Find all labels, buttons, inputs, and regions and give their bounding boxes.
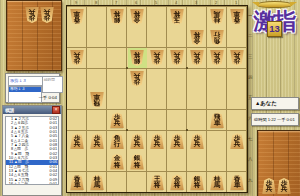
kifu-move-list[interactable]: 1▲２六歩0:022△８四歩0:013▲２五歩0:034△８五歩0:015▲７八… <box>5 116 59 185</box>
board-cell[interactable] <box>67 109 87 130</box>
shogi-piece-歩兵[interactable]: 歩兵 <box>150 133 164 149</box>
version-badge: 13 <box>267 21 282 37</box>
board-cell[interactable] <box>187 89 207 110</box>
board-cell[interactable]: 歩兵 <box>227 47 247 68</box>
shogi-piece-歩兵[interactable]: 歩兵 <box>170 133 184 149</box>
board-cell[interactable]: 銀将 <box>127 47 147 68</box>
board-cell[interactable] <box>167 89 187 110</box>
shogi-piece-角行[interactable]: 角行 <box>210 30 224 46</box>
board-cell[interactable] <box>147 151 167 172</box>
board-cell[interactable] <box>127 27 147 48</box>
board-cell[interactable]: 歩兵 <box>167 47 187 68</box>
shogi-piece-歩兵[interactable]: 歩兵 <box>230 133 244 149</box>
shogi-piece-銀将[interactable]: 銀将 <box>190 174 204 190</box>
opponent-info-box: 総時間 <box>42 76 63 93</box>
board-star-point <box>126 67 128 69</box>
shogi-piece-歩兵[interactable]: 歩兵 <box>230 50 244 66</box>
opponent-per-move-time: 一手 0:04 <box>38 95 57 100</box>
board-cell[interactable] <box>87 47 107 68</box>
board-cell[interactable] <box>147 27 167 48</box>
shogi-piece-香車[interactable]: 香車 <box>70 9 84 25</box>
rank-label: 九 <box>248 170 254 191</box>
board-cell[interactable]: 角行 <box>107 130 127 151</box>
board-cell[interactable]: 香車 <box>227 171 247 192</box>
shogi-piece-王将[interactable]: 王将 <box>150 174 164 190</box>
shogi-piece-歩兵[interactable]: 歩兵 <box>130 71 144 87</box>
board-cell[interactable] <box>187 68 207 89</box>
board-cell[interactable] <box>67 89 87 110</box>
board-cell[interactable] <box>187 151 207 172</box>
rank-label: 七 <box>248 129 254 150</box>
shogi-piece-飛車[interactable]: 飛車 <box>210 112 224 128</box>
board-cell[interactable]: 歩兵 <box>107 109 127 130</box>
board-cell[interactable] <box>227 151 247 172</box>
shogi-piece-銀将[interactable]: 銀将 <box>110 9 124 25</box>
board-cell[interactable] <box>187 109 207 130</box>
shogi-piece-歩兵[interactable]: 歩兵 <box>110 112 124 128</box>
shogi-piece-歩兵[interactable]: 歩兵 <box>70 50 84 66</box>
board-cell[interactable] <box>87 151 107 172</box>
board-cell[interactable]: 飛車 <box>207 109 227 130</box>
board-cell[interactable] <box>107 47 127 68</box>
board-cell[interactable] <box>227 27 247 48</box>
shogi-piece-銀将[interactable]: 銀将 <box>130 50 144 66</box>
shogi-piece-歩兵[interactable]: 歩兵 <box>130 133 144 149</box>
board-cell[interactable]: 歩兵 <box>87 130 107 151</box>
board-cell[interactable] <box>127 109 147 130</box>
board-cell[interactable] <box>127 89 147 110</box>
shogi-piece-歩兵[interactable]: 歩兵 <box>190 50 204 66</box>
board-cell[interactable] <box>67 68 87 89</box>
board-cell[interactable]: 金将 <box>187 27 207 48</box>
board-cell[interactable] <box>207 151 227 172</box>
board-cell[interactable]: 銀将 <box>107 6 127 27</box>
board-star-point <box>186 129 188 131</box>
board-cell[interactable] <box>107 27 127 48</box>
shogi-piece-桂馬[interactable]: 桂馬 <box>210 174 224 190</box>
shogi-piece-金将[interactable]: 金将 <box>170 174 184 190</box>
board-cell[interactable]: 角行 <box>207 27 227 48</box>
shogi-piece-玉将[interactable]: 玉将 <box>170 9 184 25</box>
shogi-piece-歩兵[interactable]: 歩兵 <box>262 178 276 194</box>
shogi-piece-金将[interactable]: 金将 <box>130 9 144 25</box>
board-cell[interactable] <box>127 171 147 192</box>
kifu-title: 棋譜 <box>5 108 52 113</box>
shogi-board: 香車銀将金将玉将桂馬香車金将角行歩兵銀将歩兵歩兵歩兵歩兵歩兵歩兵飛車歩兵飛車歩兵… <box>66 5 248 193</box>
board-cell[interactable] <box>87 109 107 130</box>
board-cell[interactable]: 桂馬 <box>207 171 227 192</box>
rank-label: 四 <box>248 67 254 88</box>
gote-hand: 歩兵歩兵 <box>25 4 54 23</box>
board-cell[interactable] <box>167 151 187 172</box>
board-cell[interactable] <box>107 171 127 192</box>
board-cell[interactable]: 歩兵 <box>187 130 207 151</box>
board-star-point <box>126 129 128 131</box>
shogi-piece-歩兵[interactable]: 歩兵 <box>150 50 164 66</box>
shogi-piece-香車[interactable]: 香車 <box>230 9 244 25</box>
sente-hand: 歩兵歩兵 <box>262 175 291 194</box>
board-cell[interactable] <box>107 89 127 110</box>
board-cell[interactable]: 玉将 <box>167 6 187 27</box>
gote-komadai: 歩兵歩兵 <box>6 0 62 71</box>
board-cell[interactable] <box>167 68 187 89</box>
board-cell[interactable] <box>207 130 227 151</box>
board-cell[interactable]: 歩兵 <box>227 130 247 151</box>
board-cell[interactable] <box>187 6 207 27</box>
rank-label: 八 <box>248 150 254 171</box>
board-cell[interactable]: 金将 <box>107 151 127 172</box>
player-info-window: ▲あなた <box>251 97 299 110</box>
board-cell[interactable] <box>167 27 187 48</box>
kifu-window: 棋譜 × 1▲２六歩0:022△８四歩0:013▲２五歩0:034△８五歩0:0… <box>2 105 62 196</box>
shogi-piece-香車[interactable]: 香車 <box>70 174 84 190</box>
shogi-piece-歩兵[interactable]: 歩兵 <box>170 50 184 66</box>
board-cell[interactable]: 銀将 <box>127 151 147 172</box>
board-cell[interactable] <box>147 109 167 130</box>
shogi-piece-金将[interactable]: 金将 <box>190 30 204 46</box>
board-cells: 香車銀将金将玉将桂馬香車金将角行歩兵銀将歩兵歩兵歩兵歩兵歩兵歩兵飛車歩兵飛車歩兵… <box>67 6 247 192</box>
player-turn-label: ▲あなた <box>255 100 277 107</box>
shogi-piece-歩兵[interactable]: 歩兵 <box>90 133 104 149</box>
board-cell[interactable]: 桂馬 <box>87 171 107 192</box>
shogi-piece-桂馬[interactable]: 桂馬 <box>90 174 104 190</box>
shogi-piece-銀将[interactable]: 銀将 <box>130 154 144 170</box>
board-cell[interactable] <box>167 109 187 130</box>
board-cell[interactable]: 金将 <box>167 171 187 192</box>
shogi-piece-金将[interactable]: 金将 <box>110 154 124 170</box>
shogi-piece-歩兵[interactable]: 歩兵 <box>70 133 84 149</box>
board-cell[interactable] <box>207 89 227 110</box>
board-cell[interactable]: 香車 <box>67 6 87 27</box>
board-cell[interactable] <box>147 89 167 110</box>
board-cell[interactable] <box>207 68 227 89</box>
board-cell[interactable]: 王将 <box>147 171 167 192</box>
board-cell[interactable] <box>107 68 127 89</box>
opponent-name-box[interactable]: 激指１３ <box>8 76 43 86</box>
board-cell[interactable]: 歩兵 <box>147 47 167 68</box>
board-cell[interactable] <box>67 151 87 172</box>
board-cell[interactable] <box>227 109 247 130</box>
board-cell[interactable] <box>147 6 167 27</box>
board-star-point <box>186 67 188 69</box>
shogi-piece-歩兵[interactable]: 歩兵 <box>210 50 224 66</box>
opponent-panel: 激指１３ 総時間 激指１３ 一手 0:04 <box>5 73 60 103</box>
board-cell[interactable]: 歩兵 <box>127 68 147 89</box>
board-cell[interactable] <box>87 68 107 89</box>
kifu-move-row[interactable]: 16△７二銀0:01 <box>6 182 58 185</box>
close-icon[interactable]: × <box>52 106 60 114</box>
board-cell[interactable]: 飛車 <box>87 89 107 110</box>
shogi-piece-歩兵[interactable]: 歩兵 <box>190 133 204 149</box>
board-cell[interactable]: 銀将 <box>187 171 207 192</box>
sente-komadai: 歩兵歩兵 <box>257 130 300 196</box>
board-cell[interactable]: 歩兵 <box>127 130 147 151</box>
board-cell[interactable]: 歩兵 <box>167 130 187 151</box>
time-window: 総時間 1:22 一手 0:01 <box>251 113 299 126</box>
board-cell[interactable]: 歩兵 <box>207 47 227 68</box>
gekisashi-logo: 激指 13 <box>247 0 300 50</box>
board-cell[interactable] <box>227 68 247 89</box>
board-cell[interactable]: 桂馬 <box>207 6 227 27</box>
shogi-piece-飛車[interactable]: 飛車 <box>90 92 104 108</box>
board-cell[interactable] <box>87 27 107 48</box>
board-cell[interactable]: 歩兵 <box>67 47 87 68</box>
shogi-piece-歩兵[interactable]: 歩兵 <box>25 7 39 23</box>
time-line: 総時間 1:22 一手 0:01 <box>254 117 295 122</box>
shogi-piece-香車[interactable]: 香車 <box>230 174 244 190</box>
shogi-piece-歩兵[interactable]: 歩兵 <box>277 178 291 194</box>
shogi-piece-角行[interactable]: 角行 <box>110 133 124 149</box>
board-cell[interactable] <box>227 89 247 110</box>
board-cell[interactable] <box>147 68 167 89</box>
board-cell[interactable]: 歩兵 <box>187 47 207 68</box>
kifu-titlebar[interactable]: 棋譜 × <box>3 106 61 114</box>
board-cell[interactable]: 歩兵 <box>67 130 87 151</box>
board-cell[interactable]: 金将 <box>127 6 147 27</box>
board-cell[interactable]: 香車 <box>227 6 247 27</box>
shogi-piece-歩兵[interactable]: 歩兵 <box>40 7 54 23</box>
opponent-list-selected[interactable]: 激指１３ <box>9 87 41 92</box>
board-cell[interactable]: 歩兵 <box>147 130 167 151</box>
shogi-piece-桂馬[interactable]: 桂馬 <box>210 9 224 25</box>
board-cell[interactable] <box>67 27 87 48</box>
board-cell[interactable] <box>87 6 107 27</box>
board-cell[interactable]: 香車 <box>67 171 87 192</box>
opponent-list[interactable]: 激指１３ <box>8 86 42 103</box>
